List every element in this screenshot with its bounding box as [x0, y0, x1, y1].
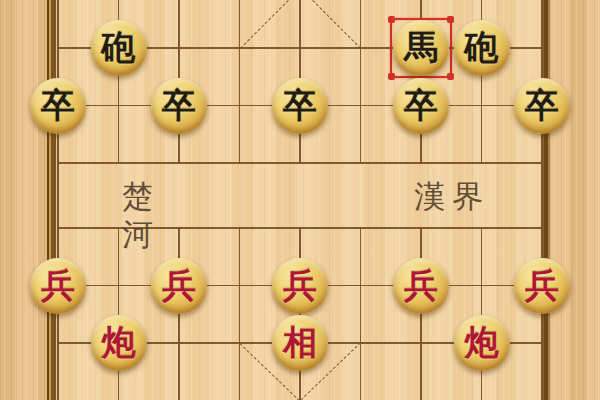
black-soldier-glyph: 卒	[283, 89, 317, 123]
river-label-han-jie: 漢界	[408, 178, 496, 216]
red-cannon-piece[interactable]: 炮	[91, 315, 147, 371]
grid-rank-line	[57, 162, 543, 164]
black-cannon-piece[interactable]: 砲	[91, 20, 147, 76]
black-soldier-glyph: 卒	[162, 89, 196, 123]
black-soldier-piece[interactable]: 卒	[393, 78, 449, 134]
red-cannon-piece[interactable]: 炮	[454, 315, 510, 371]
red-soldier-glyph: 兵	[525, 269, 559, 303]
highlight-corner	[447, 16, 454, 23]
grid-file-line	[178, 227, 180, 400]
red-soldier-piece[interactable]: 兵	[272, 258, 328, 314]
black-horse-piece[interactable]: 馬	[393, 20, 449, 76]
black-soldier-glyph: 卒	[404, 89, 438, 123]
grid-file-line	[299, 227, 301, 400]
black-soldier-piece[interactable]: 卒	[151, 78, 207, 134]
red-soldier-glyph: 兵	[162, 269, 196, 303]
red-soldier-piece[interactable]: 兵	[151, 258, 207, 314]
red-soldier-glyph: 兵	[283, 269, 317, 303]
grid-file-line	[118, 227, 120, 400]
highlight-corner	[388, 16, 395, 23]
black-soldier-glyph: 卒	[41, 89, 75, 123]
red-cannon-glyph: 炮	[102, 326, 136, 360]
red-soldier-glyph: 兵	[41, 269, 75, 303]
black-soldier-glyph: 卒	[525, 89, 559, 123]
red-soldier-piece[interactable]: 兵	[393, 258, 449, 314]
grid-file-line	[541, 0, 543, 400]
red-cannon-glyph: 炮	[465, 326, 499, 360]
black-soldier-piece[interactable]: 卒	[272, 78, 328, 134]
black-soldier-piece[interactable]: 卒	[514, 78, 570, 134]
black-cannon-glyph: 砲	[102, 31, 136, 65]
red-elephant-glyph: 相	[283, 326, 317, 360]
red-soldier-piece[interactable]: 兵	[514, 258, 570, 314]
board-left-rail	[47, 0, 56, 400]
black-cannon-piece[interactable]: 砲	[454, 20, 510, 76]
river-label-chu-he: 楚河	[106, 178, 172, 216]
black-soldier-piece[interactable]: 卒	[30, 78, 86, 134]
grid-file-line	[239, 0, 241, 164]
highlight-corner	[447, 73, 454, 80]
grid-file-line	[57, 0, 59, 400]
highlight-corner	[388, 73, 395, 80]
black-horse-glyph: 馬	[404, 31, 438, 65]
red-soldier-piece[interactable]: 兵	[30, 258, 86, 314]
red-soldier-glyph: 兵	[404, 269, 438, 303]
grid-file-line	[239, 227, 241, 400]
xiangqi-board: 楚河 漢界 砲馬砲卒卒卒卒卒兵兵兵兵兵炮相炮	[0, 0, 600, 400]
board-right-rail	[542, 0, 550, 400]
grid-file-line	[481, 227, 483, 400]
grid-file-line	[420, 227, 422, 400]
grid-file-line	[360, 227, 362, 400]
grid-file-line	[360, 0, 362, 164]
red-elephant-piece[interactable]: 相	[272, 315, 328, 371]
black-cannon-glyph: 砲	[465, 31, 499, 65]
